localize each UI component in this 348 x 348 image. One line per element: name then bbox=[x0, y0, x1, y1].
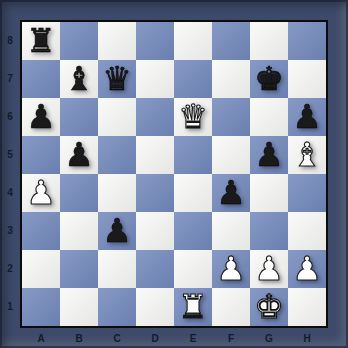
black-pawn-a6[interactable]: ♟ bbox=[22, 98, 60, 136]
white-queen-e6[interactable]: ♛ bbox=[174, 98, 212, 136]
black-queen-c7[interactable]: ♛ bbox=[98, 60, 136, 98]
square-a8[interactable]: ♜ bbox=[22, 22, 60, 60]
square-g3[interactable] bbox=[250, 212, 288, 250]
black-rook-a8[interactable]: ♜ bbox=[22, 22, 60, 60]
rank-label-8: 8 bbox=[0, 22, 20, 60]
file-label-a: A bbox=[22, 329, 60, 348]
square-c5[interactable] bbox=[98, 136, 136, 174]
black-pawn-c3[interactable]: ♟ bbox=[98, 212, 136, 250]
square-e7[interactable] bbox=[174, 60, 212, 98]
black-bishop-b7[interactable]: ♝ bbox=[60, 60, 98, 98]
square-e4[interactable] bbox=[174, 174, 212, 212]
square-f1[interactable] bbox=[212, 288, 250, 326]
square-a6[interactable]: ♟ bbox=[22, 98, 60, 136]
square-d6[interactable] bbox=[136, 98, 174, 136]
square-d2[interactable] bbox=[136, 250, 174, 288]
square-e8[interactable] bbox=[174, 22, 212, 60]
black-pawn-h6[interactable]: ♟ bbox=[288, 98, 326, 136]
rank-label-1: 1 bbox=[0, 288, 20, 326]
square-g8[interactable] bbox=[250, 22, 288, 60]
file-label-c: C bbox=[98, 329, 136, 348]
white-pawn-f2[interactable]: ♟ bbox=[212, 250, 250, 288]
white-pawn-h2[interactable]: ♟ bbox=[288, 250, 326, 288]
square-c1[interactable] bbox=[98, 288, 136, 326]
file-label-g: G bbox=[250, 329, 288, 348]
square-h8[interactable] bbox=[288, 22, 326, 60]
rank-label-7: 7 bbox=[0, 60, 20, 98]
board-frame: ♜♝♛♚♟♛♟♟♟♝♟♟♟♟♟♟♜♚ 87654321ABCDEFGH bbox=[0, 0, 348, 348]
square-d3[interactable] bbox=[136, 212, 174, 250]
square-g1[interactable]: ♚ bbox=[250, 288, 288, 326]
square-c2[interactable] bbox=[98, 250, 136, 288]
square-d1[interactable] bbox=[136, 288, 174, 326]
square-b8[interactable] bbox=[60, 22, 98, 60]
square-c7[interactable]: ♛ bbox=[98, 60, 136, 98]
black-pawn-b5[interactable]: ♟ bbox=[60, 136, 98, 174]
square-h7[interactable] bbox=[288, 60, 326, 98]
chess-board: ♜♝♛♚♟♛♟♟♟♝♟♟♟♟♟♟♜♚ bbox=[20, 20, 328, 328]
square-e1[interactable]: ♜ bbox=[174, 288, 212, 326]
rank-label-4: 4 bbox=[0, 174, 20, 212]
square-g4[interactable] bbox=[250, 174, 288, 212]
rank-label-3: 3 bbox=[0, 212, 20, 250]
file-label-b: B bbox=[60, 329, 98, 348]
square-b2[interactable] bbox=[60, 250, 98, 288]
square-c3[interactable]: ♟ bbox=[98, 212, 136, 250]
square-d5[interactable] bbox=[136, 136, 174, 174]
square-b5[interactable]: ♟ bbox=[60, 136, 98, 174]
square-c6[interactable] bbox=[98, 98, 136, 136]
black-king-g7[interactable]: ♚ bbox=[250, 60, 288, 98]
rank-label-2: 2 bbox=[0, 250, 20, 288]
square-d8[interactable] bbox=[136, 22, 174, 60]
square-h4[interactable] bbox=[288, 174, 326, 212]
square-e6[interactable]: ♛ bbox=[174, 98, 212, 136]
square-f4[interactable]: ♟ bbox=[212, 174, 250, 212]
square-a5[interactable] bbox=[22, 136, 60, 174]
square-a7[interactable] bbox=[22, 60, 60, 98]
square-e5[interactable] bbox=[174, 136, 212, 174]
black-pawn-g5[interactable]: ♟ bbox=[250, 136, 288, 174]
white-bishop-h5[interactable]: ♝ bbox=[288, 136, 326, 174]
square-a4[interactable]: ♟ bbox=[22, 174, 60, 212]
square-h1[interactable] bbox=[288, 288, 326, 326]
square-g2[interactable]: ♟ bbox=[250, 250, 288, 288]
rank-label-6: 6 bbox=[0, 98, 20, 136]
square-c4[interactable] bbox=[98, 174, 136, 212]
square-d7[interactable] bbox=[136, 60, 174, 98]
square-h5[interactable]: ♝ bbox=[288, 136, 326, 174]
square-h3[interactable] bbox=[288, 212, 326, 250]
square-b7[interactable]: ♝ bbox=[60, 60, 98, 98]
square-c8[interactable] bbox=[98, 22, 136, 60]
square-f8[interactable] bbox=[212, 22, 250, 60]
square-e2[interactable] bbox=[174, 250, 212, 288]
white-king-g1[interactable]: ♚ bbox=[250, 288, 288, 326]
white-rook-e1[interactable]: ♜ bbox=[174, 288, 212, 326]
square-e3[interactable] bbox=[174, 212, 212, 250]
square-h2[interactable]: ♟ bbox=[288, 250, 326, 288]
square-f2[interactable]: ♟ bbox=[212, 250, 250, 288]
square-b1[interactable] bbox=[60, 288, 98, 326]
white-pawn-a4[interactable]: ♟ bbox=[22, 174, 60, 212]
white-pawn-g2[interactable]: ♟ bbox=[250, 250, 288, 288]
square-h6[interactable]: ♟ bbox=[288, 98, 326, 136]
square-b6[interactable] bbox=[60, 98, 98, 136]
square-g7[interactable]: ♚ bbox=[250, 60, 288, 98]
file-label-d: D bbox=[136, 329, 174, 348]
square-f6[interactable] bbox=[212, 98, 250, 136]
square-a3[interactable] bbox=[22, 212, 60, 250]
square-b4[interactable] bbox=[60, 174, 98, 212]
file-label-f: F bbox=[212, 329, 250, 348]
square-a2[interactable] bbox=[22, 250, 60, 288]
square-b3[interactable] bbox=[60, 212, 98, 250]
square-f3[interactable] bbox=[212, 212, 250, 250]
square-g6[interactable] bbox=[250, 98, 288, 136]
square-f5[interactable] bbox=[212, 136, 250, 174]
square-d4[interactable] bbox=[136, 174, 174, 212]
square-a1[interactable] bbox=[22, 288, 60, 326]
rank-label-5: 5 bbox=[0, 136, 20, 174]
file-label-e: E bbox=[174, 329, 212, 348]
file-label-h: H bbox=[288, 329, 326, 348]
square-g5[interactable]: ♟ bbox=[250, 136, 288, 174]
black-pawn-f4[interactable]: ♟ bbox=[212, 174, 250, 212]
square-f7[interactable] bbox=[212, 60, 250, 98]
